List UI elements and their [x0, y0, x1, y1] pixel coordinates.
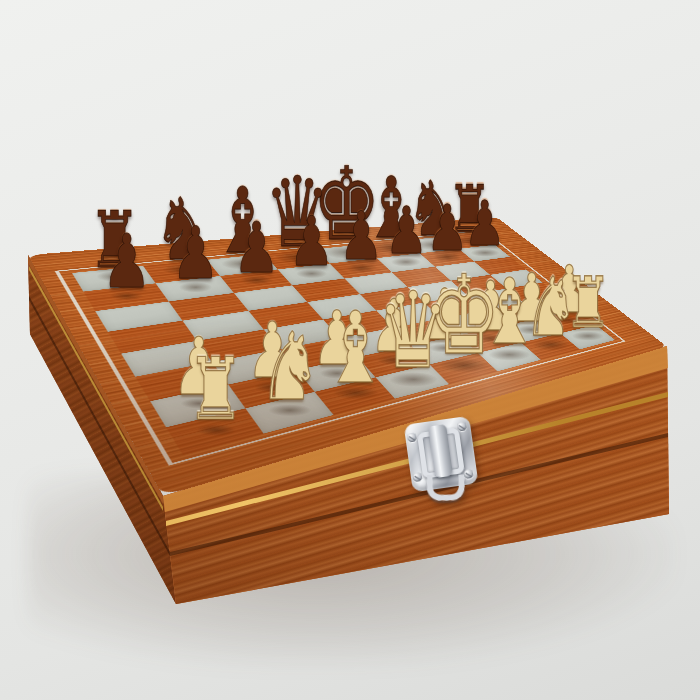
- latch-hook[interactable]: [427, 474, 465, 501]
- chess-box-scene: ♜♞♝♛♚♝♞♜♟♟♟♟♟♟♟♟♟♟♟♟♟♟♟♟♜♞♝♛♚♝♞♜: [0, 0, 700, 700]
- latch[interactable]: [398, 413, 485, 509]
